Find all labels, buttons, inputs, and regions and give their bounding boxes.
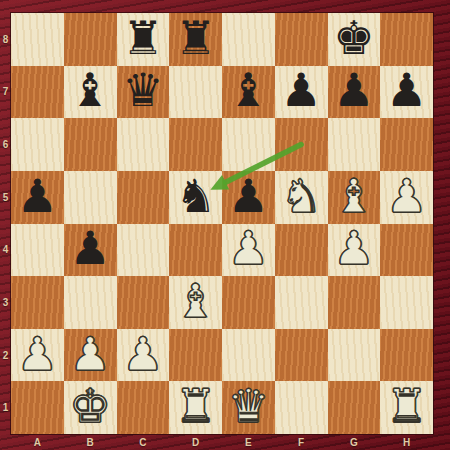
- square-h2[interactable]: [380, 329, 433, 382]
- white-bishop-g5: ♝: [333, 173, 374, 222]
- white-knight-f5: ♞: [281, 173, 322, 222]
- black-bishop-b7: ♝: [70, 67, 111, 116]
- square-d4[interactable]: [169, 224, 222, 277]
- square-f4[interactable]: [275, 224, 328, 277]
- square-f5[interactable]: ♞: [275, 171, 328, 224]
- black-queen-c7: ♛: [122, 67, 163, 116]
- rank-label-4: 4: [0, 224, 11, 277]
- square-e8[interactable]: [222, 13, 275, 66]
- black-pawn-b4: ♟: [70, 225, 111, 274]
- square-f1[interactable]: [275, 381, 328, 434]
- square-c6[interactable]: [117, 118, 170, 171]
- white-pawn-c2: ♟: [122, 331, 163, 380]
- black-pawn-g7: ♟: [333, 67, 374, 116]
- black-knight-d5: ♞: [175, 173, 216, 222]
- square-e1[interactable]: ♛: [222, 381, 275, 434]
- square-h5[interactable]: ♟: [380, 171, 433, 224]
- rank-label-2: 2: [0, 329, 11, 382]
- square-g2[interactable]: [328, 329, 381, 382]
- square-e5[interactable]: ♟: [222, 171, 275, 224]
- square-d5[interactable]: ♞: [169, 171, 222, 224]
- square-h8[interactable]: [380, 13, 433, 66]
- square-b2[interactable]: ♟: [64, 329, 117, 382]
- square-h6[interactable]: [380, 118, 433, 171]
- square-a6[interactable]: [11, 118, 64, 171]
- square-a8[interactable]: [11, 13, 64, 66]
- square-a2[interactable]: ♟: [11, 329, 64, 382]
- square-e4[interactable]: ♟: [222, 224, 275, 277]
- square-c4[interactable]: [117, 224, 170, 277]
- square-d3[interactable]: ♝: [169, 276, 222, 329]
- square-e2[interactable]: [222, 329, 275, 382]
- square-c8[interactable]: ♜: [117, 13, 170, 66]
- white-pawn-e4: ♟: [228, 225, 269, 274]
- square-b8[interactable]: [64, 13, 117, 66]
- rank-label-7: 7: [0, 66, 11, 119]
- file-label-e: E: [222, 434, 275, 450]
- square-g8[interactable]: ♚: [328, 13, 381, 66]
- black-pawn-a5: ♟: [17, 173, 58, 222]
- square-a5[interactable]: ♟: [11, 171, 64, 224]
- square-g4[interactable]: ♟: [328, 224, 381, 277]
- black-rook-c8: ♜: [122, 15, 163, 64]
- square-d7[interactable]: [169, 66, 222, 119]
- black-pawn-e5: ♟: [228, 173, 269, 222]
- white-pawn-b2: ♟: [70, 331, 111, 380]
- chess-diagram: ♜♜♚♝♛♝♟♟♟♟♞♟♞♝♟♟♟♟♝♟♟♟♚♜♛♜ 87654321ABCDE…: [0, 0, 450, 450]
- rank-label-5: 5: [0, 171, 11, 224]
- black-rook-d8: ♜: [175, 15, 216, 64]
- white-bishop-d3: ♝: [175, 278, 216, 327]
- square-b4[interactable]: ♟: [64, 224, 117, 277]
- file-label-b: B: [64, 434, 117, 450]
- square-b5[interactable]: [64, 171, 117, 224]
- black-king-g8: ♚: [333, 15, 374, 64]
- rank-label-8: 8: [0, 13, 11, 66]
- rank-label-3: 3: [0, 276, 11, 329]
- square-b7[interactable]: ♝: [64, 66, 117, 119]
- white-pawn-h5: ♟: [386, 173, 427, 222]
- square-h1[interactable]: ♜: [380, 381, 433, 434]
- square-f2[interactable]: [275, 329, 328, 382]
- square-h4[interactable]: [380, 224, 433, 277]
- square-d1[interactable]: ♜: [169, 381, 222, 434]
- square-f6[interactable]: [275, 118, 328, 171]
- square-a4[interactable]: [11, 224, 64, 277]
- file-label-g: G: [328, 434, 381, 450]
- rank-label-6: 6: [0, 118, 11, 171]
- square-g7[interactable]: ♟: [328, 66, 381, 119]
- square-g5[interactable]: ♝: [328, 171, 381, 224]
- square-d2[interactable]: [169, 329, 222, 382]
- white-king-b1: ♚: [70, 383, 111, 432]
- file-label-f: F: [275, 434, 328, 450]
- white-rook-d1: ♜: [175, 383, 216, 432]
- white-pawn-g4: ♟: [333, 225, 374, 274]
- square-b6[interactable]: [64, 118, 117, 171]
- square-c7[interactable]: ♛: [117, 66, 170, 119]
- square-d8[interactable]: ♜: [169, 13, 222, 66]
- black-pawn-f7: ♟: [281, 67, 322, 116]
- square-d6[interactable]: [169, 118, 222, 171]
- square-g1[interactable]: [328, 381, 381, 434]
- square-b1[interactable]: ♚: [64, 381, 117, 434]
- square-e6[interactable]: [222, 118, 275, 171]
- file-label-c: C: [117, 434, 170, 450]
- square-g3[interactable]: [328, 276, 381, 329]
- white-queen-e1: ♛: [228, 383, 269, 432]
- square-a3[interactable]: [11, 276, 64, 329]
- file-label-h: H: [380, 434, 433, 450]
- square-c3[interactable]: [117, 276, 170, 329]
- white-rook-h1: ♜: [386, 383, 427, 432]
- square-f3[interactable]: [275, 276, 328, 329]
- chess-board: ♜♜♚♝♛♝♟♟♟♟♞♟♞♝♟♟♟♟♝♟♟♟♚♜♛♜: [11, 13, 433, 434]
- file-label-a: A: [11, 434, 64, 450]
- square-h7[interactable]: ♟: [380, 66, 433, 119]
- square-c5[interactable]: [117, 171, 170, 224]
- black-bishop-e7: ♝: [228, 67, 269, 116]
- square-c2[interactable]: ♟: [117, 329, 170, 382]
- square-g6[interactable]: [328, 118, 381, 171]
- file-label-d: D: [169, 434, 222, 450]
- square-c1[interactable]: [117, 381, 170, 434]
- rank-label-1: 1: [0, 381, 11, 434]
- square-e7[interactable]: ♝: [222, 66, 275, 119]
- black-pawn-h7: ♟: [386, 67, 427, 116]
- square-e3[interactable]: [222, 276, 275, 329]
- square-f7[interactable]: ♟: [275, 66, 328, 119]
- square-f8[interactable]: [275, 13, 328, 66]
- square-h3[interactable]: [380, 276, 433, 329]
- square-b3[interactable]: [64, 276, 117, 329]
- square-a7[interactable]: [11, 66, 64, 119]
- white-pawn-a2: ♟: [17, 331, 58, 380]
- square-a1[interactable]: [11, 381, 64, 434]
